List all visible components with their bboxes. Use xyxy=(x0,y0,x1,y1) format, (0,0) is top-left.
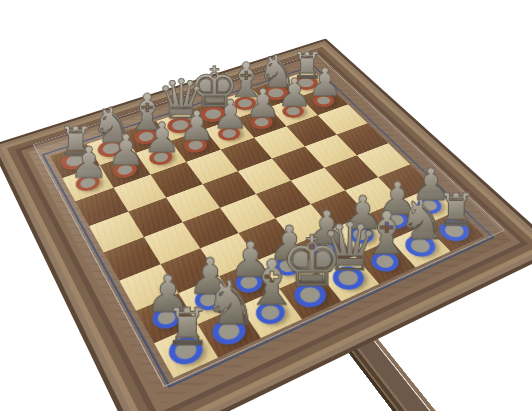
perspective-wrapper: ♜♞♝♚♛♝♞♜♟♟♟♟♟♟♟♟♟♟♟♟♟♟♟♟♜♞♝♛♚♝♞♜ xyxy=(0,0,532,411)
chess-set-photo: ♜♞♝♚♛♝♞♜♟♟♟♟♟♟♟♟♟♟♟♟♟♟♟♟♜♞♝♛♚♝♞♜ xyxy=(0,0,532,411)
rook-glyph: ♜ xyxy=(151,302,223,353)
board-case-top: ♜♞♝♚♛♝♞♜♟♟♟♟♟♟♟♟♟♟♟♟♟♟♟♟♜♞♝♛♚♝♞♜ xyxy=(0,38,532,411)
pieces-layer: ♜♞♝♚♛♝♞♜♟♟♟♟♟♟♟♟♟♟♟♟♟♟♟♟♜♞♝♛♚♝♞♜ xyxy=(0,38,532,411)
pawn-glyph: ♟ xyxy=(59,141,118,184)
